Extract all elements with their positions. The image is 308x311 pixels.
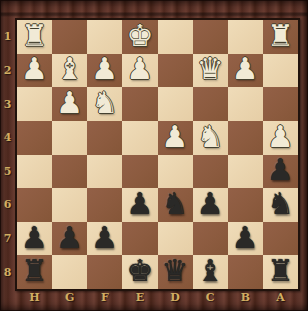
square-g6[interactable] [52,188,87,222]
piece-white-P-e2[interactable]: ♟ [126,54,153,84]
square-b5[interactable] [228,155,263,189]
file-label-D: D [170,291,180,304]
square-e5[interactable] [122,155,157,189]
square-d4[interactable]: ♟ [158,121,193,155]
square-c3[interactable] [193,87,228,121]
piece-white-P-h2[interactable]: ♟ [21,54,48,84]
rank-label-3: 3 [4,98,12,111]
square-e8[interactable]: ♚ [122,255,157,289]
piece-white-P-b2[interactable]: ♟ [232,54,259,84]
piece-white-N-f3[interactable]: ♞ [91,88,118,118]
square-g3[interactable]: ♟ [52,87,87,121]
file-labels: HGFEDCBA [17,289,298,306]
piece-black-B-c8[interactable]: ♝ [197,256,224,286]
square-h1[interactable]: ♜ [17,20,52,54]
piece-black-P-a5[interactable]: ♟ [267,155,294,185]
square-d3[interactable] [158,87,193,121]
piece-black-P-b7[interactable]: ♟ [232,223,259,253]
rank-label-5: 5 [4,165,12,178]
rank-labels: 12345678 [1,20,14,289]
square-f6[interactable] [87,188,122,222]
piece-black-N-a6[interactable]: ♞ [267,189,294,219]
square-a1[interactable]: ♜ [263,20,298,54]
square-h8[interactable]: ♜ [17,255,52,289]
piece-black-P-h7[interactable]: ♟ [21,223,48,253]
piece-black-Q-d8[interactable]: ♛ [162,256,189,286]
square-d5[interactable] [158,155,193,189]
piece-black-P-f7[interactable]: ♟ [91,223,118,253]
rank-label-6: 6 [4,198,12,211]
square-a2[interactable] [263,54,298,88]
square-d1[interactable] [158,20,193,54]
square-f4[interactable] [87,121,122,155]
piece-white-P-f2[interactable]: ♟ [91,54,118,84]
square-c5[interactable] [193,155,228,189]
file-label-A: A [276,291,285,304]
square-h7[interactable]: ♟ [17,222,52,256]
square-b1[interactable] [228,20,263,54]
piece-white-P-a4[interactable]: ♟ [267,122,294,152]
piece-white-P-d4[interactable]: ♟ [162,122,189,152]
square-g1[interactable] [52,20,87,54]
square-e2[interactable]: ♟ [122,54,157,88]
rank-label-4: 4 [4,131,12,144]
rank-label-1: 1 [4,30,12,43]
piece-black-R-h8[interactable]: ♜ [21,256,48,286]
file-label-H: H [29,291,39,304]
square-a4[interactable]: ♟ [263,121,298,155]
square-b8[interactable] [228,255,263,289]
piece-white-K-e1[interactable]: ♚ [126,21,153,51]
square-e1[interactable]: ♚ [122,20,157,54]
square-h6[interactable] [17,188,52,222]
square-e6[interactable]: ♟ [122,188,157,222]
piece-black-P-c6[interactable]: ♟ [197,189,224,219]
piece-black-P-e6[interactable]: ♟ [126,189,153,219]
piece-black-P-g7[interactable]: ♟ [56,223,83,253]
square-e7[interactable] [122,222,157,256]
square-f3[interactable]: ♞ [87,87,122,121]
square-c2[interactable]: ♛ [193,54,228,88]
square-a8[interactable]: ♜ [263,255,298,289]
square-d7[interactable] [158,222,193,256]
square-h2[interactable]: ♟ [17,54,52,88]
square-c1[interactable] [193,20,228,54]
square-d2[interactable] [158,54,193,88]
square-g8[interactable] [52,255,87,289]
square-g5[interactable] [52,155,87,189]
square-c4[interactable]: ♞ [193,121,228,155]
square-e4[interactable] [122,121,157,155]
square-b3[interactable] [228,87,263,121]
square-f1[interactable] [87,20,122,54]
square-a7[interactable] [263,222,298,256]
piece-black-R-a8[interactable]: ♜ [267,256,294,286]
file-label-B: B [241,291,250,304]
rank-label-2: 2 [4,64,12,77]
square-a5[interactable]: ♟ [263,155,298,189]
square-f2[interactable]: ♟ [87,54,122,88]
square-a6[interactable]: ♞ [263,188,298,222]
square-g7[interactable]: ♟ [52,222,87,256]
square-a3[interactable] [263,87,298,121]
piece-white-N-c4[interactable]: ♞ [197,122,224,152]
square-b4[interactable] [228,121,263,155]
file-label-G: G [65,291,74,304]
square-d8[interactable]: ♛ [158,255,193,289]
piece-white-B-g2[interactable]: ♝ [56,54,83,84]
file-label-F: F [101,291,109,304]
square-g2[interactable]: ♝ [52,54,87,88]
square-c8[interactable]: ♝ [193,255,228,289]
piece-white-R-a1[interactable]: ♜ [267,21,294,51]
file-label-C: C [206,291,215,304]
square-d6[interactable]: ♞ [158,188,193,222]
chess-widget: 12345678 ♜♚♜♟♝♟♟♛♟♟♞♟♞♟♟♟♞♟♞♟♟♟♟♜♚♛♝♜ HG… [0,0,308,311]
square-h4[interactable] [17,121,52,155]
square-h5[interactable] [17,155,52,189]
file-label-E: E [136,291,144,304]
piece-black-N-d6[interactable]: ♞ [162,189,189,219]
square-f8[interactable] [87,255,122,289]
square-g4[interactable] [52,121,87,155]
square-c7[interactable] [193,222,228,256]
square-f7[interactable]: ♟ [87,222,122,256]
piece-white-P-g3[interactable]: ♟ [56,88,83,118]
square-b6[interactable] [228,188,263,222]
square-h3[interactable] [17,87,52,121]
rank-label-7: 7 [4,232,12,245]
square-b2[interactable]: ♟ [228,54,263,88]
chess-board[interactable]: ♜♚♜♟♝♟♟♛♟♟♞♟♞♟♟♟♞♟♞♟♟♟♟♜♚♛♝♜ [15,18,300,291]
square-e3[interactable] [122,87,157,121]
square-c6[interactable]: ♟ [193,188,228,222]
piece-black-K-e8[interactable]: ♚ [126,256,153,286]
rank-label-8: 8 [4,266,12,279]
square-b7[interactable]: ♟ [228,222,263,256]
piece-white-Q-c2[interactable]: ♛ [197,54,224,84]
square-f5[interactable] [87,155,122,189]
piece-white-R-h1[interactable]: ♜ [21,21,48,51]
